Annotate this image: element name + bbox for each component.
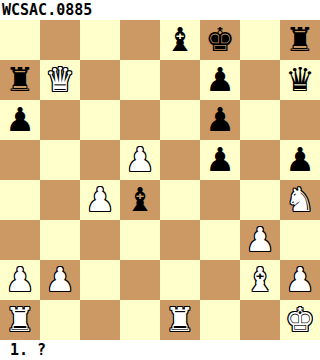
square-g8[interactable] (240, 20, 280, 60)
square-a2[interactable]: ♟ (0, 260, 40, 300)
black-rook: ♜ (5, 60, 35, 100)
square-e4[interactable] (160, 180, 200, 220)
black-rook: ♜ (285, 20, 315, 60)
square-f1[interactable] (200, 300, 240, 340)
white-bishop: ♝ (245, 260, 275, 300)
square-c3[interactable] (80, 220, 120, 260)
black-pawn: ♟ (205, 140, 235, 180)
square-d2[interactable] (120, 260, 160, 300)
square-a7[interactable]: ♜ (0, 60, 40, 100)
square-b3[interactable] (40, 220, 80, 260)
black-queen: ♛ (285, 60, 315, 100)
square-d3[interactable] (120, 220, 160, 260)
white-knight: ♞ (285, 180, 315, 220)
square-h5[interactable]: ♟ (280, 140, 320, 180)
square-a8[interactable] (0, 20, 40, 60)
square-e7[interactable] (160, 60, 200, 100)
square-b8[interactable] (40, 20, 80, 60)
square-e3[interactable] (160, 220, 200, 260)
square-c5[interactable] (80, 140, 120, 180)
move-prompt: 1. ? (0, 340, 320, 360)
square-b1[interactable] (40, 300, 80, 340)
chess-board: ♝♚♜♜♛♟♛♟♟♟♟♟♟♝♞♟♟♟♝♟♜♜♚ (0, 20, 320, 340)
black-pawn: ♟ (285, 140, 315, 180)
square-f5[interactable]: ♟ (200, 140, 240, 180)
square-e2[interactable] (160, 260, 200, 300)
square-f8[interactable]: ♚ (200, 20, 240, 60)
square-g6[interactable] (240, 100, 280, 140)
white-pawn: ♟ (125, 140, 155, 180)
square-a5[interactable] (0, 140, 40, 180)
square-h1[interactable]: ♚ (280, 300, 320, 340)
square-g7[interactable] (240, 60, 280, 100)
square-f2[interactable] (200, 260, 240, 300)
square-c7[interactable] (80, 60, 120, 100)
square-g2[interactable]: ♝ (240, 260, 280, 300)
white-king: ♚ (285, 300, 315, 340)
square-b4[interactable] (40, 180, 80, 220)
square-b6[interactable] (40, 100, 80, 140)
square-a4[interactable] (0, 180, 40, 220)
black-pawn: ♟ (205, 100, 235, 140)
white-pawn: ♟ (285, 260, 315, 300)
black-bishop: ♝ (165, 20, 195, 60)
square-h7[interactable]: ♛ (280, 60, 320, 100)
black-bishop: ♝ (125, 180, 155, 220)
white-queen: ♛ (45, 60, 75, 100)
white-pawn: ♟ (5, 260, 35, 300)
black-pawn: ♟ (205, 60, 235, 100)
square-e6[interactable] (160, 100, 200, 140)
square-d6[interactable] (120, 100, 160, 140)
square-f3[interactable] (200, 220, 240, 260)
square-g5[interactable] (240, 140, 280, 180)
square-g1[interactable] (240, 300, 280, 340)
square-g4[interactable] (240, 180, 280, 220)
square-h8[interactable]: ♜ (280, 20, 320, 60)
square-e5[interactable] (160, 140, 200, 180)
black-pawn: ♟ (5, 100, 35, 140)
square-c1[interactable] (80, 300, 120, 340)
square-h4[interactable]: ♞ (280, 180, 320, 220)
square-h2[interactable]: ♟ (280, 260, 320, 300)
square-d5[interactable]: ♟ (120, 140, 160, 180)
square-f4[interactable] (200, 180, 240, 220)
square-a6[interactable]: ♟ (0, 100, 40, 140)
square-h6[interactable] (280, 100, 320, 140)
square-e1[interactable]: ♜ (160, 300, 200, 340)
square-g3[interactable]: ♟ (240, 220, 280, 260)
white-pawn: ♟ (85, 180, 115, 220)
square-c6[interactable] (80, 100, 120, 140)
white-pawn: ♟ (45, 260, 75, 300)
square-d7[interactable] (120, 60, 160, 100)
square-h3[interactable] (280, 220, 320, 260)
diagram-caption: WCSAC.0885 (0, 0, 320, 20)
square-b5[interactable] (40, 140, 80, 180)
square-d1[interactable] (120, 300, 160, 340)
square-b7[interactable]: ♛ (40, 60, 80, 100)
square-e8[interactable]: ♝ (160, 20, 200, 60)
square-a1[interactable]: ♜ (0, 300, 40, 340)
square-c8[interactable] (80, 20, 120, 60)
square-d4[interactable]: ♝ (120, 180, 160, 220)
square-d8[interactable] (120, 20, 160, 60)
square-c4[interactable]: ♟ (80, 180, 120, 220)
square-c2[interactable] (80, 260, 120, 300)
white-rook: ♜ (5, 300, 35, 340)
square-b2[interactable]: ♟ (40, 260, 80, 300)
square-a3[interactable] (0, 220, 40, 260)
white-rook: ♜ (165, 300, 195, 340)
square-f7[interactable]: ♟ (200, 60, 240, 100)
white-pawn: ♟ (245, 220, 275, 260)
square-f6[interactable]: ♟ (200, 100, 240, 140)
black-king: ♚ (205, 20, 235, 60)
